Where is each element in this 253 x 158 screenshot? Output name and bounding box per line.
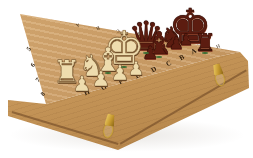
far-file-label-h: H xyxy=(215,43,220,49)
piece-white-pawn-h8[interactable]: ♟ xyxy=(73,74,92,95)
piece-white-pawn-e8[interactable]: ♟ xyxy=(127,59,144,78)
clasp-plate-icon xyxy=(104,113,116,127)
piece-white-pawn-f8[interactable]: ♟ xyxy=(111,63,130,84)
piece-dark-rook-a6[interactable]: ♜ xyxy=(194,31,216,55)
chess-box-photo: HGFEDCBA5678ABCDEFGH ♚♟♞♟♛♜♟♝♟♚♝♟♞♟♜♟♟ xyxy=(0,0,253,158)
piece-white-pawn-g8[interactable]: ♟ xyxy=(92,69,111,90)
